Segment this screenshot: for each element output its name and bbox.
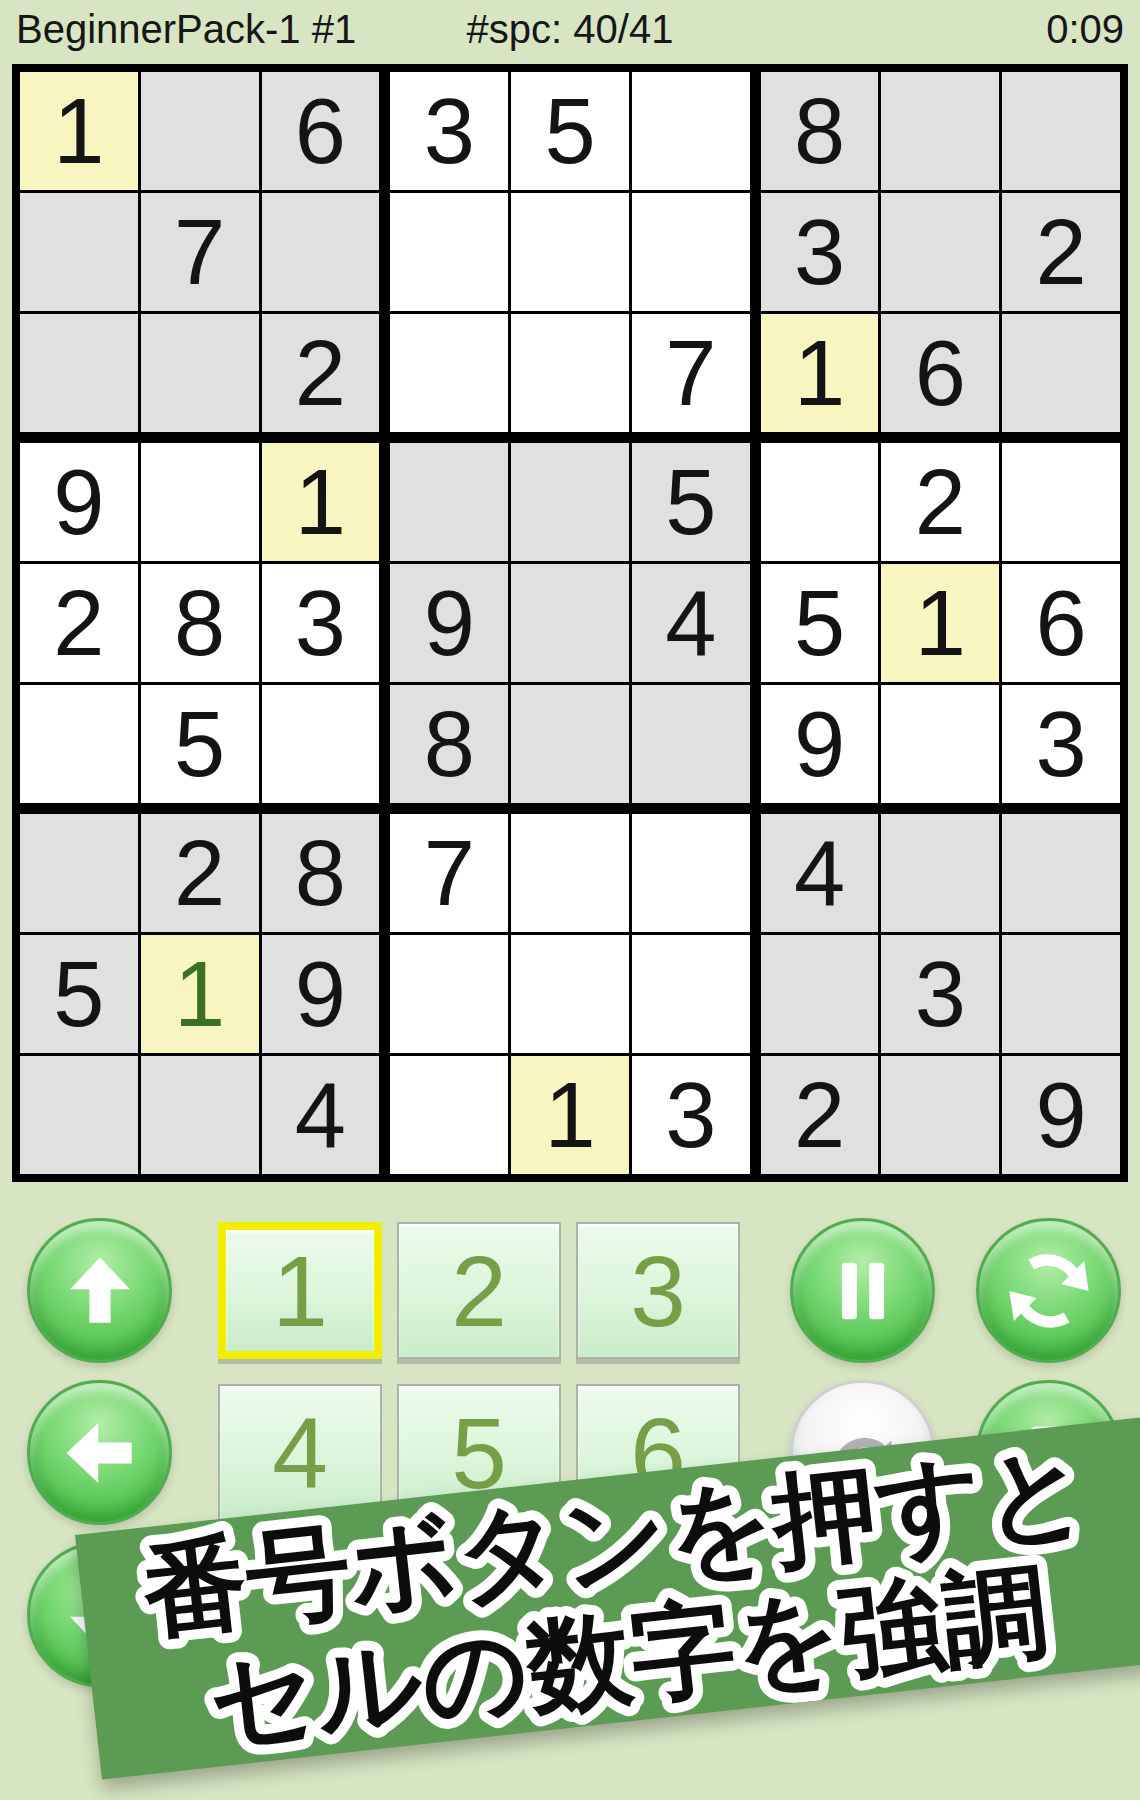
up-arrow-icon	[56, 1247, 144, 1335]
cell-r5c4[interactable]: 9	[390, 564, 508, 682]
cell-r6c9[interactable]: 3	[1002, 685, 1120, 803]
cell-r9c6[interactable]: 3	[632, 1056, 750, 1174]
cell-r1c2[interactable]	[141, 72, 259, 190]
cell-r2c3[interactable]	[262, 193, 380, 311]
cell-r4c1[interactable]: 9	[20, 443, 138, 561]
cell-r9c7[interactable]: 2	[761, 1056, 879, 1174]
cell-r1c4[interactable]: 3	[390, 72, 508, 190]
cell-r1c7[interactable]: 8	[761, 72, 879, 190]
cell-r8c1[interactable]: 5	[20, 935, 138, 1053]
cell-r9c2[interactable]	[141, 1056, 259, 1174]
number-button-3[interactable]: 3	[576, 1222, 740, 1359]
cell-r2c6[interactable]	[632, 193, 750, 311]
restart-button[interactable]	[976, 1218, 1121, 1363]
cell-r8c5[interactable]	[511, 935, 629, 1053]
pause-button[interactable]	[790, 1218, 935, 1363]
cell-r9c4[interactable]	[390, 1056, 508, 1174]
cell-r6c5[interactable]	[511, 685, 629, 803]
cell-r7c8[interactable]	[881, 814, 999, 932]
cell-r9c9[interactable]: 9	[1002, 1056, 1120, 1174]
cell-r2c8[interactable]	[881, 193, 999, 311]
cell-r5c2[interactable]: 8	[141, 564, 259, 682]
pause-icon	[819, 1247, 907, 1335]
cell-r2c9[interactable]: 2	[1002, 193, 1120, 311]
cell-r4c7[interactable]	[761, 443, 879, 561]
cell-r9c8[interactable]	[881, 1056, 999, 1174]
cell-r1c8[interactable]	[881, 72, 999, 190]
cell-r9c3[interactable]: 4	[262, 1056, 380, 1174]
cell-r2c2[interactable]: 7	[141, 193, 259, 311]
cell-r8c8[interactable]: 3	[881, 935, 999, 1053]
cell-r6c4[interactable]: 8	[390, 685, 508, 803]
cell-r6c7[interactable]: 9	[761, 685, 879, 803]
cell-r5c3[interactable]: 3	[262, 564, 380, 682]
cell-r6c1[interactable]	[20, 685, 138, 803]
cell-r6c2[interactable]: 5	[141, 685, 259, 803]
cell-r4c9[interactable]	[1002, 443, 1120, 561]
cell-r7c6[interactable]	[632, 814, 750, 932]
cell-r5c5[interactable]	[511, 564, 629, 682]
cell-r2c1[interactable]	[20, 193, 138, 311]
cell-r3c5[interactable]	[511, 314, 629, 432]
cell-r8c2[interactable]: 1	[141, 935, 259, 1053]
cell-r3c1[interactable]	[20, 314, 138, 432]
cell-r7c9[interactable]	[1002, 814, 1120, 932]
cell-r6c8[interactable]	[881, 685, 999, 803]
cell-r8c4[interactable]	[390, 935, 508, 1053]
top-bar: BeginnerPack-1 #1 #spc: 40/41 0:09	[0, 0, 1140, 58]
cell-r4c3[interactable]: 1	[262, 443, 380, 561]
cell-r9c5[interactable]: 1	[511, 1056, 629, 1174]
cell-r3c7[interactable]: 1	[761, 314, 879, 432]
cell-r7c4[interactable]: 7	[390, 814, 508, 932]
cell-r8c9[interactable]	[1002, 935, 1120, 1053]
cell-r5c6[interactable]: 4	[632, 564, 750, 682]
cell-r4c5[interactable]	[511, 443, 629, 561]
restart-icon	[1005, 1247, 1093, 1335]
cell-r1c1[interactable]: 1	[20, 72, 138, 190]
cell-r4c8[interactable]: 2	[881, 443, 999, 561]
cell-r9c1[interactable]	[20, 1056, 138, 1174]
cell-r8c6[interactable]	[632, 935, 750, 1053]
cell-r6c6[interactable]	[632, 685, 750, 803]
cell-r6c3[interactable]	[262, 685, 380, 803]
cell-r3c2[interactable]	[141, 314, 259, 432]
cell-r4c4[interactable]	[390, 443, 508, 561]
sudoku-board: 1635873227169152283945165893287451934132…	[12, 64, 1128, 1182]
cell-r4c6[interactable]: 5	[632, 443, 750, 561]
left-arrow-button[interactable]	[27, 1380, 172, 1525]
cell-r8c3[interactable]: 9	[262, 935, 380, 1053]
cell-r1c5[interactable]: 5	[511, 72, 629, 190]
up-arrow-button[interactable]	[27, 1218, 172, 1363]
cell-r3c8[interactable]: 6	[881, 314, 999, 432]
cell-r1c9[interactable]	[1002, 72, 1120, 190]
number-button-2[interactable]: 2	[397, 1222, 561, 1359]
cell-r7c7[interactable]: 4	[761, 814, 879, 932]
cell-r5c7[interactable]: 5	[761, 564, 879, 682]
cell-r7c5[interactable]	[511, 814, 629, 932]
cell-r8c7[interactable]	[761, 935, 879, 1053]
cell-r3c6[interactable]: 7	[632, 314, 750, 432]
cell-r3c3[interactable]: 2	[262, 314, 380, 432]
cell-r2c7[interactable]: 3	[761, 193, 879, 311]
cell-r5c1[interactable]: 2	[20, 564, 138, 682]
cell-r7c1[interactable]	[20, 814, 138, 932]
cell-r7c2[interactable]: 2	[141, 814, 259, 932]
cell-r2c4[interactable]	[390, 193, 508, 311]
cell-r3c4[interactable]	[390, 314, 508, 432]
cell-r5c9[interactable]: 6	[1002, 564, 1120, 682]
left-arrow-icon	[56, 1409, 144, 1497]
cell-r2c5[interactable]	[511, 193, 629, 311]
number-button-1[interactable]: 1	[218, 1222, 382, 1359]
cell-r5c8[interactable]: 1	[881, 564, 999, 682]
cell-r4c2[interactable]	[141, 443, 259, 561]
spaces-counter: #spc: 40/41	[0, 7, 1140, 52]
cell-r7c3[interactable]: 8	[262, 814, 380, 932]
cell-r3c9[interactable]	[1002, 314, 1120, 432]
number-button-4[interactable]: 4	[218, 1384, 382, 1521]
cell-r1c6[interactable]	[632, 72, 750, 190]
cell-r1c3[interactable]: 6	[262, 72, 380, 190]
